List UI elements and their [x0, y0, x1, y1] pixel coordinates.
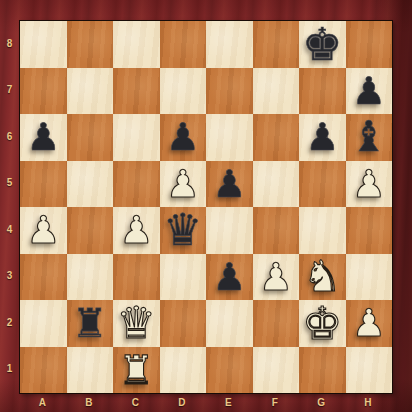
rank-label-1: 1 [0, 346, 19, 393]
rank-label-8: 8 [0, 20, 19, 67]
square-h7[interactable]: ♟ [346, 68, 393, 115]
square-a5[interactable] [20, 161, 67, 208]
square-b5[interactable] [67, 161, 114, 208]
square-g7[interactable] [299, 68, 346, 115]
square-e2[interactable] [206, 300, 253, 347]
rank-label-4: 4 [0, 206, 19, 253]
square-g5[interactable] [299, 161, 346, 208]
square-f7[interactable] [253, 68, 300, 115]
square-d7[interactable] [160, 68, 207, 115]
square-h5[interactable]: ♟ [346, 161, 393, 208]
white-queen[interactable]: ♛ [117, 301, 156, 345]
square-h8[interactable] [346, 21, 393, 68]
board-frame: ♚♟♟♟♟♝♟♟♟♟♟♛♟♟♞♜♛♚♟♜ 87654321 ABCDEFGH [0, 0, 412, 412]
square-b7[interactable] [67, 68, 114, 115]
square-a7[interactable] [20, 68, 67, 115]
square-c6[interactable] [113, 114, 160, 161]
square-e7[interactable] [206, 68, 253, 115]
square-c3[interactable] [113, 254, 160, 301]
white-pawn[interactable]: ♟ [119, 211, 153, 249]
square-g2[interactable]: ♚ [299, 300, 346, 347]
black-pawn[interactable]: ♟ [212, 258, 246, 296]
square-f4[interactable] [253, 207, 300, 254]
square-c4[interactable]: ♟ [113, 207, 160, 254]
black-pawn[interactable]: ♟ [305, 118, 339, 156]
square-d2[interactable] [160, 300, 207, 347]
square-h3[interactable] [346, 254, 393, 301]
square-e5[interactable]: ♟ [206, 161, 253, 208]
square-b4[interactable] [67, 207, 114, 254]
square-b1[interactable] [67, 347, 114, 394]
square-e6[interactable] [206, 114, 253, 161]
square-g3[interactable]: ♞ [299, 254, 346, 301]
file-label-d: D [159, 393, 206, 412]
square-e3[interactable]: ♟ [206, 254, 253, 301]
white-pawn[interactable]: ♟ [259, 258, 293, 296]
square-d1[interactable] [160, 347, 207, 394]
square-b8[interactable] [67, 21, 114, 68]
white-pawn[interactable]: ♟ [166, 165, 200, 203]
square-g1[interactable] [299, 347, 346, 394]
white-pawn[interactable]: ♟ [352, 304, 386, 342]
square-g8[interactable]: ♚ [299, 21, 346, 68]
square-a3[interactable] [20, 254, 67, 301]
square-c5[interactable] [113, 161, 160, 208]
square-b2[interactable]: ♜ [67, 300, 114, 347]
black-pawn[interactable]: ♟ [166, 118, 200, 156]
file-label-g: G [298, 393, 345, 412]
square-f2[interactable] [253, 300, 300, 347]
file-label-e: E [205, 393, 252, 412]
square-f1[interactable] [253, 347, 300, 394]
square-c1[interactable]: ♜ [113, 347, 160, 394]
white-rook[interactable]: ♜ [118, 350, 154, 390]
black-rook[interactable]: ♜ [72, 303, 108, 343]
square-e4[interactable] [206, 207, 253, 254]
square-c2[interactable]: ♛ [113, 300, 160, 347]
white-knight[interactable]: ♞ [303, 255, 342, 298]
square-g4[interactable] [299, 207, 346, 254]
square-f8[interactable] [253, 21, 300, 68]
square-h6[interactable]: ♝ [346, 114, 393, 161]
square-f3[interactable]: ♟ [253, 254, 300, 301]
square-d6[interactable]: ♟ [160, 114, 207, 161]
file-label-b: B [66, 393, 113, 412]
white-pawn[interactable]: ♟ [26, 211, 60, 249]
black-pawn[interactable]: ♟ [352, 72, 386, 110]
black-pawn[interactable]: ♟ [26, 118, 60, 156]
rank-label-7: 7 [0, 67, 19, 114]
black-queen[interactable]: ♛ [163, 208, 202, 252]
square-d5[interactable]: ♟ [160, 161, 207, 208]
square-a8[interactable] [20, 21, 67, 68]
square-h4[interactable] [346, 207, 393, 254]
square-b3[interactable] [67, 254, 114, 301]
square-a4[interactable]: ♟ [20, 207, 67, 254]
square-b6[interactable] [67, 114, 114, 161]
square-f5[interactable] [253, 161, 300, 208]
rank-label-6: 6 [0, 113, 19, 160]
rank-label-2: 2 [0, 299, 19, 346]
black-bishop[interactable]: ♝ [350, 116, 388, 158]
square-g6[interactable]: ♟ [299, 114, 346, 161]
white-king[interactable]: ♚ [302, 301, 342, 346]
black-pawn[interactable]: ♟ [212, 165, 246, 203]
white-pawn[interactable]: ♟ [352, 165, 386, 203]
square-d4[interactable]: ♛ [160, 207, 207, 254]
square-c7[interactable] [113, 68, 160, 115]
square-e1[interactable] [206, 347, 253, 394]
rank-label-3: 3 [0, 253, 19, 300]
file-label-a: A [19, 393, 66, 412]
black-king[interactable]: ♚ [302, 22, 342, 67]
square-f6[interactable] [253, 114, 300, 161]
square-a2[interactable] [20, 300, 67, 347]
file-label-f: F [252, 393, 299, 412]
square-c8[interactable] [113, 21, 160, 68]
square-e8[interactable] [206, 21, 253, 68]
file-label-c: C [112, 393, 159, 412]
chess-board: ♚♟♟♟♟♝♟♟♟♟♟♛♟♟♞♜♛♚♟♜ [19, 20, 393, 394]
square-a6[interactable]: ♟ [20, 114, 67, 161]
square-a1[interactable] [20, 347, 67, 394]
file-label-h: H [345, 393, 392, 412]
square-d3[interactable] [160, 254, 207, 301]
rank-label-5: 5 [0, 160, 19, 207]
square-h2[interactable]: ♟ [346, 300, 393, 347]
square-h1[interactable] [346, 347, 393, 394]
square-d8[interactable] [160, 21, 207, 68]
